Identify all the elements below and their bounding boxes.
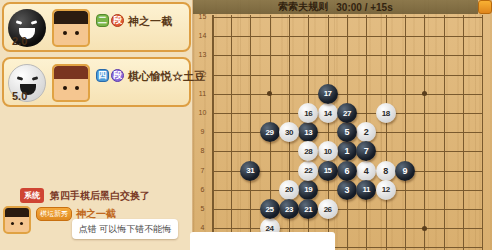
chat-bubble: 点错 可以悔下错不能悔 <box>72 219 178 239</box>
row-coordinate-label: 9 <box>196 128 210 135</box>
stone-white-8[interactable]: 8 <box>376 161 396 181</box>
grid-line-horizontal <box>212 36 484 37</box>
row-coordinate-label: 11 <box>196 90 210 97</box>
stone-white-28[interactable]: 28 <box>298 141 318 161</box>
stone-black-11[interactable]: 11 <box>356 180 376 200</box>
stone-black-27[interactable]: 27 <box>337 103 357 123</box>
sidebar: 二 段 神之一截 2.0 四 段 棋心愉悦☆土豆 5.0 系统 第四手棋后黑白交… <box>0 0 193 250</box>
row-coordinate-label: 15 <box>196 13 210 20</box>
rule-name-label: 索索夫规则 <box>278 0 328 14</box>
stone-black-13[interactable]: 13 <box>298 122 318 142</box>
stone-black-31[interactable]: 31 <box>240 161 260 181</box>
star-point <box>267 91 272 96</box>
grid-line-horizontal <box>212 94 484 95</box>
chat-bubble-text: 点错 可以悔下错不能悔 <box>79 223 172 236</box>
stone-white-26[interactable]: 26 <box>318 199 338 219</box>
grid-line-horizontal <box>212 209 484 210</box>
row-coordinate-label: 5 <box>196 205 210 212</box>
grid-line-horizontal <box>212 17 484 18</box>
player-card-black[interactable]: 二 段 神之一截 2.0 <box>2 2 191 52</box>
stone-black-15[interactable]: 15 <box>318 161 338 181</box>
stone-black-6[interactable]: 6 <box>337 161 357 181</box>
rank-chip: 段 <box>111 14 124 27</box>
system-message-row: 系统 第四手棋后黑白交换了 <box>20 188 150 203</box>
star-point <box>422 91 427 96</box>
stone-white-18[interactable]: 18 <box>376 103 396 123</box>
player-score-white: 5.0 <box>12 90 27 102</box>
gomoku-board[interactable]: 1514131211109876543123456789101112131415… <box>193 0 492 250</box>
header-corner-button[interactable] <box>478 0 492 14</box>
avatar-player-black[interactable] <box>52 9 90 47</box>
stone-black-9[interactable]: 9 <box>395 161 415 181</box>
player-score-black: 2.0 <box>12 35 27 47</box>
system-badge: 系统 <box>20 188 44 203</box>
row-coordinate-label: 8 <box>196 147 210 154</box>
row-coordinate-label: 4 <box>196 224 210 231</box>
row-coordinate-label: 7 <box>196 167 210 174</box>
stone-white-16[interactable]: 16 <box>298 103 318 123</box>
stone-black-23[interactable]: 23 <box>279 199 299 219</box>
system-message-text: 第四手棋后黑白交换了 <box>50 189 150 203</box>
stone-white-20[interactable]: 20 <box>279 180 299 200</box>
stone-black-25[interactable]: 25 <box>260 199 280 219</box>
stone-white-22[interactable]: 22 <box>298 161 318 181</box>
grid-line-horizontal <box>212 55 484 56</box>
grid-line-horizontal <box>212 75 484 76</box>
stone-white-14[interactable]: 14 <box>318 103 338 123</box>
rank-badge-white: 四 段 <box>96 69 124 82</box>
chat-sender-avatar[interactable] <box>3 206 31 234</box>
cutoff-white-panel <box>190 232 335 250</box>
stone-black-5[interactable]: 5 <box>337 122 357 142</box>
time-control-label: 30:00 / +15s <box>336 2 392 13</box>
rank-chip: 二 <box>96 14 109 27</box>
avatar-player-white[interactable] <box>52 64 90 102</box>
stone-black-17[interactable]: 17 <box>318 84 338 104</box>
row-coordinate-label: 13 <box>196 51 210 58</box>
player-card-white[interactable]: 四 段 棋心愉悦☆土豆 5.0 <box>2 57 191 107</box>
stone-white-2[interactable]: 2 <box>356 122 376 142</box>
player-name-white: 棋心愉悦☆土豆 <box>128 69 205 84</box>
rank-chip: 段 <box>111 69 124 82</box>
stone-white-12[interactable]: 12 <box>376 180 396 200</box>
row-coordinate-label: 10 <box>196 109 210 116</box>
stone-black-19[interactable]: 19 <box>298 180 318 200</box>
row-coordinate-label: 14 <box>196 32 210 39</box>
stone-white-30[interactable]: 30 <box>279 122 299 142</box>
stone-black-7[interactable]: 7 <box>356 141 376 161</box>
chat-sender-title-badge: 棋坛新秀 <box>36 207 72 221</box>
stone-black-3[interactable]: 3 <box>337 180 357 200</box>
rule-header-bar: 索索夫规则 30:00 / +15s <box>193 0 478 14</box>
gomoku-app-window: 1514131211109876543123456789101112131415… <box>0 0 492 250</box>
stone-black-1[interactable]: 1 <box>337 141 357 161</box>
player-name-black: 神之一截 <box>128 14 172 29</box>
stone-black-21[interactable]: 21 <box>298 199 318 219</box>
rank-badge-black: 二 段 <box>96 14 124 27</box>
row-coordinate-label: 6 <box>196 186 210 193</box>
stone-white-10[interactable]: 10 <box>318 141 338 161</box>
rank-chip: 四 <box>96 69 109 82</box>
stone-white-4[interactable]: 4 <box>356 161 376 181</box>
star-point <box>422 226 427 231</box>
grid-line-horizontal <box>212 228 484 229</box>
stone-black-29[interactable]: 29 <box>260 122 280 142</box>
